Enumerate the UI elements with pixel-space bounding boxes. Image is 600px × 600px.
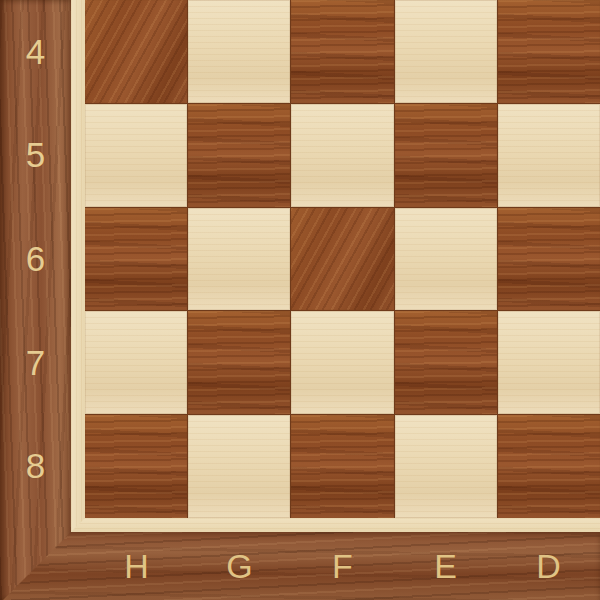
rank-labels: 45678 [0, 0, 71, 518]
square-e6[interactable] [395, 208, 497, 311]
square-g5[interactable] [188, 104, 290, 207]
square-h8[interactable] [85, 415, 187, 518]
rank-label-8: 8 [0, 414, 71, 518]
file-label-e: E [394, 532, 497, 600]
square-h6[interactable] [85, 208, 187, 311]
square-d7[interactable] [498, 311, 600, 414]
square-f8[interactable] [291, 415, 393, 518]
file-label-d: D [497, 532, 600, 600]
square-e8[interactable] [395, 415, 497, 518]
square-g6[interactable] [188, 208, 290, 311]
file-label-f: F [291, 532, 394, 600]
chessboard-photo: 45678 HGFED [0, 0, 600, 600]
square-f6[interactable] [291, 208, 393, 311]
square-e7[interactable] [395, 311, 497, 414]
square-h4[interactable] [85, 0, 187, 103]
square-f5[interactable] [291, 104, 393, 207]
file-label-h: H [85, 532, 188, 600]
square-h5[interactable] [85, 104, 187, 207]
rank-label-4: 4 [0, 0, 71, 104]
maple-inlay-strip-bottom [0, 518, 600, 533]
square-f7[interactable] [291, 311, 393, 414]
rank-label-6: 6 [0, 207, 71, 311]
file-label-g: G [188, 532, 291, 600]
square-e5[interactable] [395, 104, 497, 207]
chess-board [85, 0, 600, 518]
square-d5[interactable] [498, 104, 600, 207]
square-e4[interactable] [395, 0, 497, 103]
file-labels: HGFED [85, 532, 600, 600]
square-f4[interactable] [291, 0, 393, 103]
rank-label-7: 7 [0, 311, 71, 415]
square-g8[interactable] [188, 415, 290, 518]
square-g7[interactable] [188, 311, 290, 414]
square-d6[interactable] [498, 208, 600, 311]
rank-label-5: 5 [0, 104, 71, 208]
square-h7[interactable] [85, 311, 187, 414]
square-g4[interactable] [188, 0, 290, 103]
square-d8[interactable] [498, 415, 600, 518]
square-d4[interactable] [498, 0, 600, 103]
maple-inlay-strip-left [71, 0, 86, 600]
